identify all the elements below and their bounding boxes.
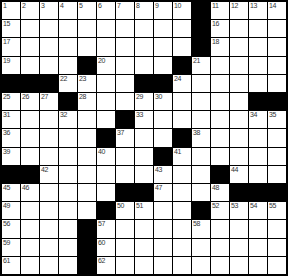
cell-r11c4[interactable] [59,184,77,201]
cell-r4c4[interactable] [59,57,77,74]
cell-r2c2[interactable] [21,20,39,37]
cell-r3c3[interactable] [40,38,58,55]
cell-r9c3[interactable] [40,148,58,165]
clue-number-60: 60 [98,239,105,247]
cell-r14c7[interactable] [116,239,134,256]
cell-r5c4[interactable]: 22 [59,75,77,92]
cell-r6c13[interactable] [230,93,248,110]
clue-number-29: 29 [136,93,143,101]
clue-number-12: 12 [231,2,238,10]
cell-r5c6[interactable] [97,75,115,92]
cell-r8c8[interactable] [135,129,153,146]
cell-r2c14[interactable] [249,20,267,37]
block-r1c11 [192,2,210,19]
cell-r12c9[interactable] [154,202,172,219]
cell-r7c2[interactable] [21,111,39,128]
cell-r15c3[interactable] [40,257,58,274]
cell-r3c14[interactable] [249,38,267,55]
cell-r12c10[interactable] [173,202,191,219]
clue-number-19: 19 [3,57,10,65]
cell-r15c6[interactable]: 62 [97,257,115,274]
clue-number-50: 50 [117,202,124,210]
cell-r11c9[interactable]: 47 [154,184,172,201]
cell-r1c5[interactable]: 5 [78,2,96,19]
cell-r11c1[interactable]: 45 [2,184,20,201]
cell-r6c9[interactable]: 30 [154,93,172,110]
cell-r2c6[interactable] [97,20,115,37]
clue-number-42: 42 [41,166,48,174]
clue-number-34: 34 [250,111,257,119]
cell-r3c13[interactable] [230,38,248,55]
clue-number-28: 28 [79,93,86,101]
cell-r2c4[interactable] [59,20,77,37]
clue-number-36: 36 [3,129,10,137]
cell-r12c14[interactable]: 54 [249,202,267,219]
clue-number-43: 43 [155,166,162,174]
cell-r15c4[interactable] [59,257,77,274]
cell-r1c6[interactable]: 6 [97,2,115,19]
cell-r4c9[interactable] [154,57,172,74]
clue-number-24: 24 [174,75,181,83]
cell-r9c11[interactable] [192,148,210,165]
cell-r15c11[interactable] [192,257,210,274]
clue-number-31: 31 [3,111,10,119]
cell-r6c7[interactable] [116,93,134,110]
cell-r13c2[interactable] [21,220,39,237]
block-r12c11 [192,202,210,219]
clue-number-37: 37 [117,129,124,137]
cell-r8c5[interactable] [78,129,96,146]
block-r14c5 [78,239,96,256]
cell-r11c2[interactable]: 46 [21,184,39,201]
cell-r8c14[interactable] [249,129,267,146]
cell-r7c15[interactable]: 35 [268,111,286,128]
clue-number-58: 58 [193,220,200,228]
cell-r11c3[interactable] [40,184,58,201]
block-r9c9 [154,148,172,165]
cell-r1c15[interactable]: 14 [268,2,286,19]
clue-number-59: 59 [3,239,10,247]
cell-r14c3[interactable] [40,239,58,256]
cell-r2c12[interactable]: 16 [211,20,229,37]
block-r7c7 [116,111,134,128]
cell-r3c15[interactable] [268,38,286,55]
cell-r7c3[interactable] [40,111,58,128]
clue-number-2: 2 [22,2,26,10]
cell-r1c3[interactable]: 3 [40,2,58,19]
clue-number-1: 1 [3,2,7,10]
block-r11c14 [249,184,267,201]
cell-r8c9[interactable] [154,129,172,146]
cell-r4c11[interactable]: 21 [192,57,210,74]
cell-r9c12[interactable] [211,148,229,165]
block-r11c8 [135,184,153,201]
cell-r9c8[interactable] [135,148,153,165]
block-r6c15 [268,93,286,110]
cell-r12c8[interactable]: 51 [135,202,153,219]
cell-r3c8[interactable] [135,38,153,55]
cell-r7c14[interactable]: 34 [249,111,267,128]
cell-r10c14[interactable] [249,166,267,183]
cell-r5c13[interactable] [230,75,248,92]
cell-r1c2[interactable]: 2 [21,2,39,19]
cell-r8c12[interactable] [211,129,229,146]
cell-r15c1[interactable]: 61 [2,257,20,274]
cell-r15c12[interactable] [211,257,229,274]
block-r8c6 [97,129,115,146]
block-r15c5 [78,257,96,274]
cell-r5c7[interactable] [116,75,134,92]
cell-r1c10[interactable]: 10 [173,2,191,19]
cell-r15c10[interactable] [173,257,191,274]
cell-r4c14[interactable] [249,57,267,74]
cell-r3c1[interactable]: 17 [2,38,20,55]
cell-r13c15[interactable] [268,220,286,237]
cell-r2c8[interactable] [135,20,153,37]
cell-r11c11[interactable] [192,184,210,201]
cell-r3c10[interactable] [173,38,191,55]
clue-number-30: 30 [155,93,162,101]
cell-r8c2[interactable] [21,129,39,146]
clue-number-39: 39 [3,148,10,156]
cell-r6c6[interactable] [97,93,115,110]
cell-r10c3[interactable]: 42 [40,166,58,183]
block-r4c5 [78,57,96,74]
cell-r3c12[interactable]: 18 [211,38,229,55]
cell-r10c11[interactable] [192,166,210,183]
cell-r7c8[interactable]: 33 [135,111,153,128]
cell-r10c13[interactable]: 44 [230,166,248,183]
clue-number-6: 6 [98,2,102,10]
cell-r14c10[interactable] [173,239,191,256]
cell-r12c2[interactable] [21,202,39,219]
cell-r4c2[interactable] [21,57,39,74]
cell-r15c9[interactable] [154,257,172,274]
block-r13c5 [78,220,96,237]
clue-number-5: 5 [79,2,83,10]
cell-r1c7[interactable]: 7 [116,2,134,19]
cell-r2c3[interactable] [40,20,58,37]
cell-r3c2[interactable] [21,38,39,55]
cell-r9c10[interactable]: 41 [173,148,191,165]
cell-r11c10[interactable] [173,184,191,201]
block-r6c4 [59,93,77,110]
block-r5c3 [40,75,58,92]
cell-r5c5[interactable]: 23 [78,75,96,92]
cell-r7c11[interactable] [192,111,210,128]
cell-r15c15[interactable] [268,257,286,274]
clue-number-32: 32 [60,111,67,119]
cell-r3c4[interactable] [59,38,77,55]
cell-r8c15[interactable] [268,129,286,146]
cell-r6c3[interactable]: 27 [40,93,58,110]
cell-r13c6[interactable]: 57 [97,220,115,237]
cell-r2c13[interactable] [230,20,248,37]
block-r10c12 [211,166,229,183]
block-r11c7 [116,184,134,201]
cell-r8c3[interactable] [40,129,58,146]
cell-r12c4[interactable] [59,202,77,219]
clue-number-9: 9 [155,2,159,10]
block-r10c1 [2,166,20,183]
cell-r1c1[interactable]: 1 [2,2,20,19]
clue-number-4: 4 [60,2,64,10]
crossword-board: 1234567891011121314151617181920212223242… [0,0,288,276]
clue-number-56: 56 [3,220,10,228]
clue-number-52: 52 [212,202,219,210]
clue-number-25: 25 [3,93,10,101]
cell-r1c9[interactable]: 9 [154,2,172,19]
cell-r6c5[interactable]: 28 [78,93,96,110]
cell-r5c12[interactable] [211,75,229,92]
cell-r2c10[interactable] [173,20,191,37]
cell-r15c14[interactable] [249,257,267,274]
block-r5c8 [135,75,153,92]
cell-r9c1[interactable]: 39 [2,148,20,165]
cell-r1c8[interactable]: 8 [135,2,153,19]
cell-r10c5[interactable] [78,166,96,183]
cell-r4c15[interactable] [268,57,286,74]
clue-number-17: 17 [3,38,10,46]
cell-r5c11[interactable] [192,75,210,92]
clue-number-45: 45 [3,184,10,192]
cell-r4c3[interactable] [40,57,58,74]
block-r5c2 [21,75,39,92]
cell-r8c7[interactable]: 37 [116,129,134,146]
cell-r15c2[interactable] [21,257,39,274]
cell-r12c5[interactable] [78,202,96,219]
cell-r12c3[interactable] [40,202,58,219]
cell-r6c8[interactable]: 29 [135,93,153,110]
clue-number-35: 35 [269,111,276,119]
clue-number-57: 57 [98,220,105,228]
cell-r13c1[interactable]: 56 [2,220,20,237]
cell-r12c15[interactable]: 55 [268,202,286,219]
cell-r9c2[interactable] [21,148,39,165]
cell-r9c15[interactable] [268,148,286,165]
cell-r2c7[interactable] [116,20,134,37]
cell-r15c7[interactable] [116,257,134,274]
cell-r9c7[interactable] [116,148,134,165]
cell-r10c6[interactable] [97,166,115,183]
cell-r13c12[interactable] [211,220,229,237]
cell-r14c11[interactable] [192,239,210,256]
cell-r14c8[interactable] [135,239,153,256]
cell-r9c5[interactable] [78,148,96,165]
block-r6c14 [249,93,267,110]
block-r4c10 [173,57,191,74]
cell-r9c14[interactable] [249,148,267,165]
clue-number-16: 16 [212,20,219,28]
clue-number-51: 51 [136,202,143,210]
clue-number-41: 41 [174,148,181,156]
crossword-page: 1234567891011121314151617181920212223242… [0,0,288,276]
cell-r12c7[interactable]: 50 [116,202,134,219]
cell-r6c10[interactable] [173,93,191,110]
cell-r10c9[interactable]: 43 [154,166,172,183]
cell-r6c12[interactable] [211,93,229,110]
cell-r2c5[interactable] [78,20,96,37]
clue-number-13: 13 [250,2,257,10]
cell-r7c9[interactable] [154,111,172,128]
clue-number-49: 49 [3,202,10,210]
cell-r14c12[interactable] [211,239,229,256]
clue-number-21: 21 [193,57,200,65]
cell-r13c13[interactable] [230,220,248,237]
cell-r14c2[interactable] [21,239,39,256]
cell-r1c4[interactable]: 4 [59,2,77,19]
block-r12c6 [97,202,115,219]
cell-r11c12[interactable]: 48 [211,184,229,201]
cell-r10c10[interactable] [173,166,191,183]
cell-r8c1[interactable]: 36 [2,129,20,146]
clue-number-14: 14 [269,2,276,10]
clue-number-7: 7 [117,2,121,10]
clue-number-48: 48 [212,184,219,192]
clue-number-54: 54 [250,202,257,210]
cell-r7c5[interactable] [78,111,96,128]
cell-r8c13[interactable] [230,129,248,146]
cell-r8c11[interactable]: 38 [192,129,210,146]
clue-number-33: 33 [136,111,143,119]
cell-r1c12[interactable]: 11 [211,2,229,19]
cell-r14c15[interactable] [268,239,286,256]
cell-r13c3[interactable] [40,220,58,237]
cell-r15c8[interactable] [135,257,153,274]
clue-number-46: 46 [22,184,29,192]
clue-number-23: 23 [79,75,86,83]
cell-r7c6[interactable] [97,111,115,128]
clue-number-18: 18 [212,38,219,46]
cell-r4c6[interactable]: 20 [97,57,115,74]
cell-r2c9[interactable] [154,20,172,37]
block-r11c13 [230,184,248,201]
clue-number-20: 20 [98,57,105,65]
cell-r4c12[interactable] [211,57,229,74]
cell-r4c8[interactable] [135,57,153,74]
cell-r14c6[interactable]: 60 [97,239,115,256]
clue-number-15: 15 [3,20,10,28]
cell-r7c12[interactable] [211,111,229,128]
cell-r1c14[interactable]: 13 [249,2,267,19]
block-r8c10 [173,129,191,146]
cell-r4c1[interactable]: 19 [2,57,20,74]
clue-number-53: 53 [231,202,238,210]
cell-r3c5[interactable] [78,38,96,55]
cell-r13c9[interactable] [154,220,172,237]
cell-r8c4[interactable] [59,129,77,146]
clue-number-55: 55 [269,202,276,210]
block-r10c2 [21,166,39,183]
cell-r13c14[interactable] [249,220,267,237]
cell-r12c1[interactable]: 49 [2,202,20,219]
clue-number-27: 27 [41,93,48,101]
cell-r11c5[interactable] [78,184,96,201]
clue-number-8: 8 [136,2,140,10]
clue-number-26: 26 [22,93,29,101]
clue-number-10: 10 [174,2,181,10]
cell-r14c14[interactable] [249,239,267,256]
cell-r2c15[interactable] [268,20,286,37]
clue-number-38: 38 [193,129,200,137]
block-r5c9 [154,75,172,92]
clue-number-62: 62 [98,257,105,265]
cell-r4c7[interactable] [116,57,134,74]
cell-r14c9[interactable] [154,239,172,256]
cell-r3c7[interactable] [116,38,134,55]
cell-r13c4[interactable] [59,220,77,237]
cell-r10c8[interactable] [135,166,153,183]
clue-number-3: 3 [41,2,45,10]
cell-r3c9[interactable] [154,38,172,55]
clue-number-22: 22 [60,75,67,83]
cell-r7c4[interactable]: 32 [59,111,77,128]
cell-r12c13[interactable]: 53 [230,202,248,219]
cell-r9c4[interactable] [59,148,77,165]
cell-r7c1[interactable]: 31 [2,111,20,128]
cell-r9c6[interactable]: 40 [97,148,115,165]
clue-number-11: 11 [212,2,219,10]
cell-r4c13[interactable] [230,57,248,74]
cell-r10c15[interactable] [268,166,286,183]
cell-r13c7[interactable] [116,220,134,237]
cell-r12c12[interactable]: 52 [211,202,229,219]
cell-r10c4[interactable] [59,166,77,183]
cell-r2c1[interactable]: 15 [2,20,20,37]
cell-r7c10[interactable] [173,111,191,128]
block-r11c15 [268,184,286,201]
cell-r6c2[interactable]: 26 [21,93,39,110]
cell-r5c14[interactable] [249,75,267,92]
block-r2c11 [192,20,210,37]
cell-r6c11[interactable] [192,93,210,110]
block-r5c1 [2,75,20,92]
cell-r6c1[interactable]: 25 [2,93,20,110]
cell-r14c4[interactable] [59,239,77,256]
cell-r9c13[interactable] [230,148,248,165]
cell-r13c10[interactable] [173,220,191,237]
cell-r1c13[interactable]: 12 [230,2,248,19]
cell-r14c1[interactable]: 59 [2,239,20,256]
cell-r11c6[interactable] [97,184,115,201]
cell-r13c8[interactable] [135,220,153,237]
cell-r10c7[interactable] [116,166,134,183]
clue-number-44: 44 [231,166,238,174]
clue-number-40: 40 [98,148,105,156]
cell-r3c6[interactable] [97,38,115,55]
block-r3c11 [192,38,210,55]
cell-r15c13[interactable] [230,257,248,274]
cell-r5c10[interactable]: 24 [173,75,191,92]
cell-r5c15[interactable] [268,75,286,92]
cell-r7c13[interactable] [230,111,248,128]
clue-number-47: 47 [155,184,162,192]
clue-number-61: 61 [3,257,10,265]
cell-r14c13[interactable] [230,239,248,256]
cell-r13c11[interactable]: 58 [192,220,210,237]
